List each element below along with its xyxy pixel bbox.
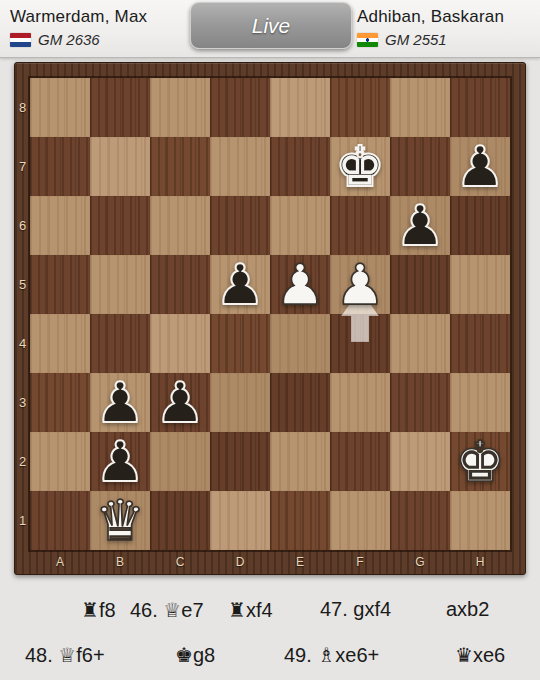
square-e8[interactable] xyxy=(270,78,330,137)
black-pawn[interactable]: ♟ xyxy=(450,137,510,196)
white-player-name: Warmerdam, Max xyxy=(10,7,147,27)
black-player-rating: GM 2551 xyxy=(385,31,447,48)
square-e7[interactable] xyxy=(270,137,330,196)
square-h8[interactable] xyxy=(450,78,510,137)
rank-label-5: 5 xyxy=(15,255,30,314)
black-king[interactable]: ♚ xyxy=(330,137,390,196)
rank-label-2: 2 xyxy=(15,432,30,491)
square-g7[interactable] xyxy=(390,137,450,196)
square-b8[interactable] xyxy=(90,78,150,137)
square-e2[interactable] xyxy=(270,432,330,491)
white-pawn[interactable]: ♟ xyxy=(330,255,390,314)
square-a4[interactable] xyxy=(30,314,90,373)
live-tab[interactable]: Live xyxy=(190,2,352,49)
square-b6[interactable] xyxy=(90,196,150,255)
square-f3[interactable] xyxy=(330,373,390,432)
square-a7[interactable] xyxy=(30,137,90,196)
square-b4[interactable] xyxy=(90,314,150,373)
square-f8[interactable] xyxy=(330,78,390,137)
player-black: Adhiban, Baskaran GM 2551 xyxy=(357,7,504,48)
square-g5[interactable] xyxy=(390,255,450,314)
move-entry[interactable]: axb2 xyxy=(446,598,489,621)
file-label-D: D xyxy=(210,550,270,576)
black-pawn[interactable]: ♟ xyxy=(90,373,150,432)
square-g3[interactable] xyxy=(390,373,450,432)
move-entry[interactable]: ♛xe6 xyxy=(455,643,505,667)
square-c5[interactable] xyxy=(150,255,210,314)
square-a3[interactable] xyxy=(30,373,90,432)
netherlands-flag xyxy=(10,33,31,47)
square-e3[interactable] xyxy=(270,373,330,432)
white-queen[interactable]: ♛ xyxy=(90,491,150,550)
file-label-G: G xyxy=(390,550,450,576)
square-e6[interactable] xyxy=(270,196,330,255)
file-label-F: F xyxy=(330,550,390,576)
square-c8[interactable] xyxy=(150,78,210,137)
white-player-rating: GM 2636 xyxy=(38,31,100,48)
square-b5[interactable] xyxy=(90,255,150,314)
rank-label-7: 7 xyxy=(15,137,30,196)
square-d6[interactable] xyxy=(210,196,270,255)
square-h4[interactable] xyxy=(450,314,510,373)
live-tab-label: Live xyxy=(252,14,291,38)
header-bar: Warmerdam, Max GM 2636 Live Adhiban, Bas… xyxy=(0,0,540,58)
file-label-H: H xyxy=(450,550,510,576)
rank-label-3: 3 xyxy=(15,373,30,432)
chess-board: ♚♟♟♟♟♟♟♟♟♚♛ 87654321ABCDEFGH xyxy=(14,62,526,575)
move-entry[interactable]: ♜xf4 xyxy=(228,598,273,622)
black-player-name: Adhiban, Baskaran xyxy=(357,7,504,27)
square-f2[interactable] xyxy=(330,432,390,491)
move-entry[interactable]: ♜f8 xyxy=(81,598,116,622)
square-f4[interactable] xyxy=(330,314,390,373)
square-c6[interactable] xyxy=(150,196,210,255)
board-squares: ♚♟♟♟♟♟♟♟♟♚♛ xyxy=(30,78,510,550)
square-g4[interactable] xyxy=(390,314,450,373)
square-c2[interactable] xyxy=(150,432,210,491)
square-b7[interactable] xyxy=(90,137,150,196)
square-a8[interactable] xyxy=(30,78,90,137)
move-entry[interactable]: 49. ♗xe6+ xyxy=(284,643,379,667)
file-label-A: A xyxy=(30,550,90,576)
black-pawn[interactable]: ♟ xyxy=(390,196,450,255)
square-d1[interactable] xyxy=(210,491,270,550)
square-h1[interactable] xyxy=(450,491,510,550)
square-h3[interactable] xyxy=(450,373,510,432)
square-h6[interactable] xyxy=(450,196,510,255)
square-a2[interactable] xyxy=(30,432,90,491)
square-d8[interactable] xyxy=(210,78,270,137)
square-g2[interactable] xyxy=(390,432,450,491)
black-pawn[interactable]: ♟ xyxy=(210,255,270,314)
white-pawn[interactable]: ♟ xyxy=(270,255,330,314)
india-flag xyxy=(357,33,378,47)
black-pawn[interactable]: ♟ xyxy=(150,373,210,432)
square-d7[interactable] xyxy=(210,137,270,196)
square-f6[interactable] xyxy=(330,196,390,255)
square-e4[interactable] xyxy=(270,314,330,373)
move-list: ♜f8 46. ♕e7 ♜xf4 47. gxf4 axb2 48. ♕f6+ … xyxy=(0,583,540,680)
square-c1[interactable] xyxy=(150,491,210,550)
square-c7[interactable] xyxy=(150,137,210,196)
move-entry[interactable]: 47. gxf4 xyxy=(320,598,391,621)
move-entry[interactable]: 46. ♕e7 xyxy=(130,598,204,622)
square-h5[interactable] xyxy=(450,255,510,314)
file-label-B: B xyxy=(90,550,150,576)
square-a1[interactable] xyxy=(30,491,90,550)
white-king[interactable]: ♚ xyxy=(450,432,510,491)
square-d2[interactable] xyxy=(210,432,270,491)
rank-label-4: 4 xyxy=(15,314,30,373)
black-pawn[interactable]: ♟ xyxy=(90,432,150,491)
square-d4[interactable] xyxy=(210,314,270,373)
square-g1[interactable] xyxy=(390,491,450,550)
square-a6[interactable] xyxy=(30,196,90,255)
file-label-C: C xyxy=(150,550,210,576)
player-white: Warmerdam, Max GM 2636 xyxy=(10,7,147,48)
rank-label-6: 6 xyxy=(15,196,30,255)
square-g8[interactable] xyxy=(390,78,450,137)
move-entry[interactable]: ♚g8 xyxy=(175,643,215,667)
square-a5[interactable] xyxy=(30,255,90,314)
move-entry[interactable]: 48. ♕f6+ xyxy=(25,643,105,667)
square-f1[interactable] xyxy=(330,491,390,550)
rank-label-8: 8 xyxy=(15,78,30,137)
square-c4[interactable] xyxy=(150,314,210,373)
file-label-E: E xyxy=(270,550,330,576)
square-e1[interactable] xyxy=(270,491,330,550)
rank-label-1: 1 xyxy=(15,491,30,550)
square-d3[interactable] xyxy=(210,373,270,432)
